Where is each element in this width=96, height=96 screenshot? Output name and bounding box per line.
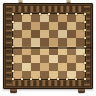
board-square[interactable] [49, 14, 58, 22]
board-square[interactable] [67, 30, 76, 38]
board-square[interactable] [67, 38, 76, 46]
board-foot-left [10, 89, 17, 93]
board-square[interactable] [31, 55, 40, 63]
board-square[interactable] [40, 22, 49, 30]
board-square[interactable] [67, 55, 76, 63]
board-square[interactable] [76, 55, 85, 63]
board-square[interactable] [58, 38, 67, 46]
frame-left-carving [6, 6, 12, 86]
board-square[interactable] [13, 55, 22, 63]
board-square[interactable] [22, 14, 31, 22]
board-square[interactable] [76, 38, 85, 46]
board-square[interactable] [13, 22, 22, 30]
board-square[interactable] [13, 30, 22, 38]
board-square[interactable] [31, 30, 40, 38]
board-square[interactable] [76, 22, 85, 30]
board-square[interactable] [49, 22, 58, 30]
board-square[interactable] [22, 38, 31, 46]
board-foot-right [78, 89, 85, 93]
board-square[interactable] [13, 14, 22, 22]
board-square[interactable] [67, 71, 76, 79]
board-square[interactable] [40, 38, 49, 46]
board-square[interactable] [40, 30, 49, 38]
chess-board [3, 3, 93, 89]
board-square[interactable] [40, 55, 49, 63]
board-square[interactable] [76, 30, 85, 38]
frame-top-carving [6, 6, 90, 12]
board-square[interactable] [40, 71, 49, 79]
board-square[interactable] [58, 63, 67, 71]
board-square[interactable] [67, 22, 76, 30]
board-square[interactable] [58, 55, 67, 63]
board-square[interactable] [58, 30, 67, 38]
board-square[interactable] [40, 14, 49, 22]
board-square[interactable] [49, 63, 58, 71]
frame-bottom-carving [6, 80, 90, 86]
board-square[interactable] [67, 14, 76, 22]
board-square[interactable] [22, 71, 31, 79]
board-square[interactable] [31, 63, 40, 71]
scene [0, 0, 96, 96]
board-square[interactable] [58, 71, 67, 79]
board-square[interactable] [76, 71, 85, 79]
fold-seam [4, 47, 92, 49]
board-square[interactable] [76, 14, 85, 22]
board-square[interactable] [49, 55, 58, 63]
board-square[interactable] [49, 38, 58, 46]
board-square[interactable] [22, 22, 31, 30]
board-square[interactable] [49, 71, 58, 79]
board-square[interactable] [31, 14, 40, 22]
board-square[interactable] [58, 22, 67, 30]
board-square[interactable] [22, 30, 31, 38]
board-square[interactable] [13, 63, 22, 71]
board-square[interactable] [13, 38, 22, 46]
board-square[interactable] [49, 30, 58, 38]
board-square[interactable] [76, 63, 85, 71]
board-square[interactable] [31, 71, 40, 79]
board-square[interactable] [58, 14, 67, 22]
board-square[interactable] [22, 63, 31, 71]
board-square[interactable] [13, 71, 22, 79]
board-square[interactable] [31, 38, 40, 46]
board-square[interactable] [67, 63, 76, 71]
board-square[interactable] [22, 55, 31, 63]
board-square[interactable] [40, 63, 49, 71]
board-square[interactable] [31, 22, 40, 30]
